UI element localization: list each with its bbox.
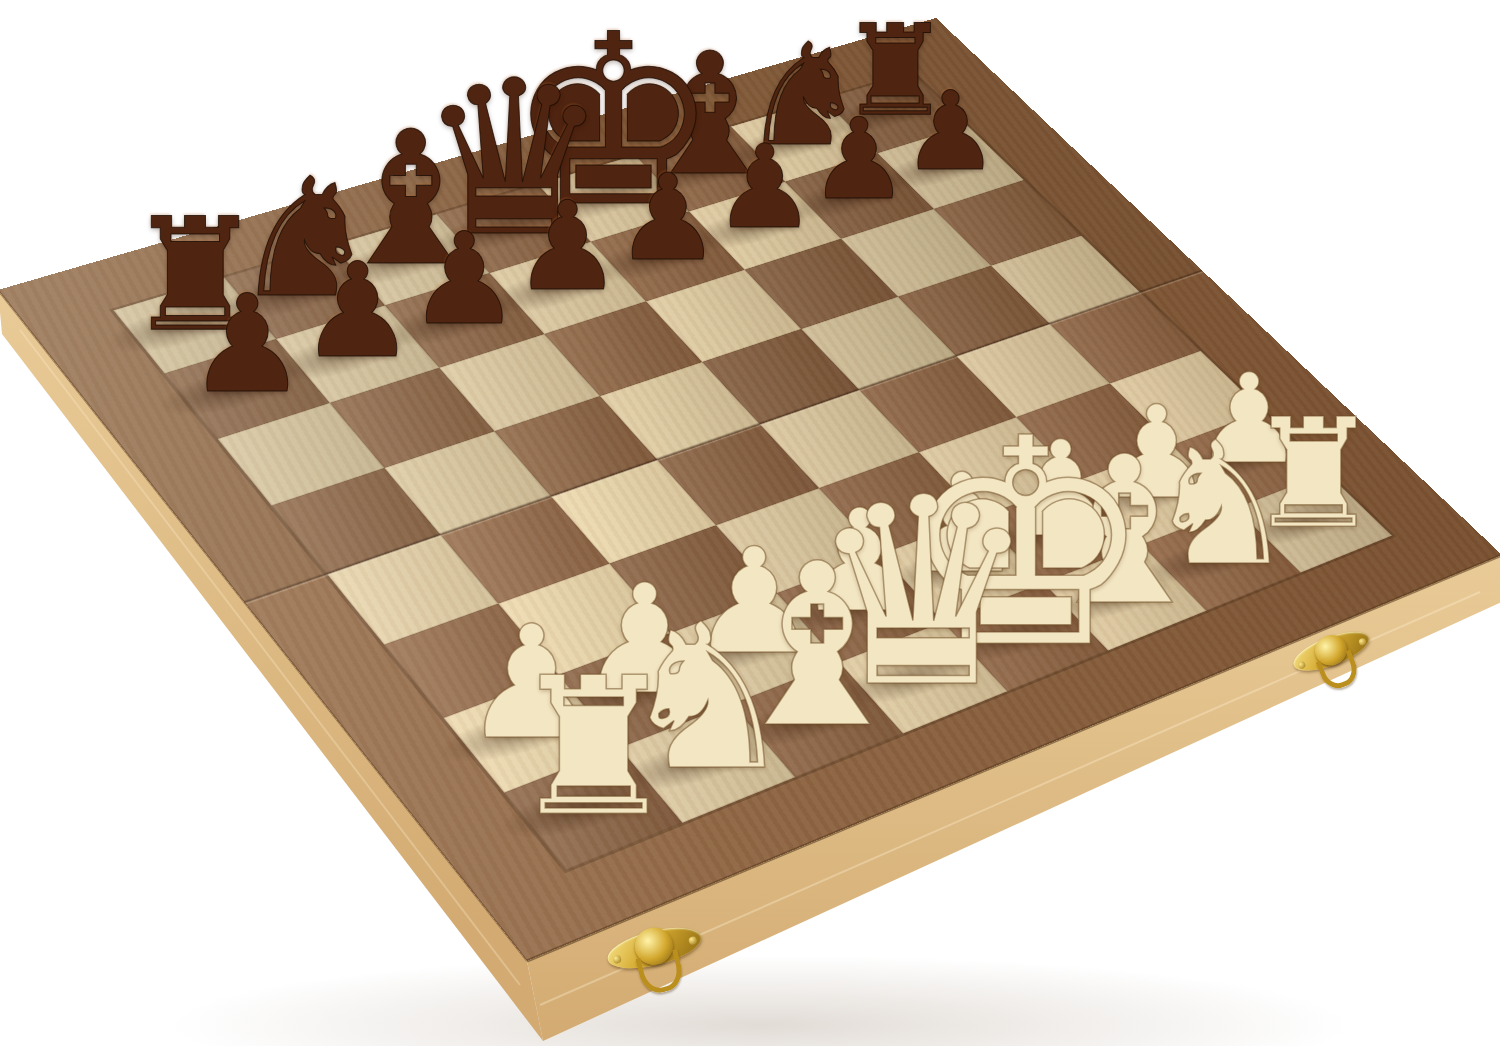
piece-black-pawn[interactable]: ♟ [187, 277, 308, 412]
piece-black-pawn[interactable]: ♟ [408, 216, 522, 343]
scene: ♜♞♝♛♚♝♞♜♟♟♟♟♟♟♟♟♟♟♟♟♟♟♟♟♜♞♝♛♚♝♞♜ [0, 0, 1500, 1046]
piece-black-pawn[interactable]: ♟ [299, 246, 416, 377]
piece-white-rook[interactable]: ♜ [508, 652, 679, 842]
piece-black-pawn[interactable]: ♟ [513, 186, 623, 309]
piece-black-pawn[interactable]: ♟ [713, 130, 817, 246]
piece-black-pawn[interactable]: ♟ [902, 77, 1000, 186]
piece-black-pawn[interactable]: ♟ [809, 103, 910, 215]
piece-black-pawn[interactable]: ♟ [614, 158, 721, 277]
